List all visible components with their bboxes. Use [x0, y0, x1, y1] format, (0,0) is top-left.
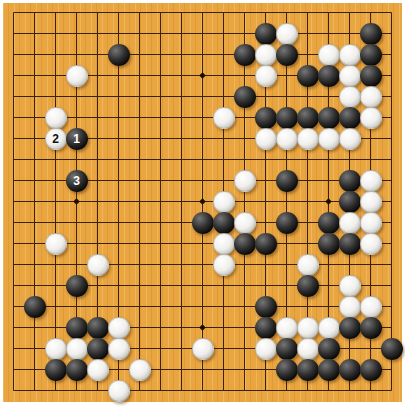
white-stone: 2 — [45, 128, 67, 150]
black-stone — [276, 212, 298, 234]
white-stone — [213, 191, 235, 213]
white-stone — [66, 65, 88, 87]
black-stone — [318, 212, 340, 234]
black-stone — [213, 212, 235, 234]
black-stone — [255, 107, 277, 129]
white-stone — [45, 107, 67, 129]
white-stone — [339, 44, 361, 66]
black-stone — [87, 317, 109, 339]
black-stone: 3 — [66, 170, 88, 192]
black-stone — [318, 359, 340, 381]
black-stone — [360, 44, 382, 66]
white-stone — [213, 254, 235, 276]
white-stone — [276, 317, 298, 339]
move-number-label: 2 — [52, 133, 59, 145]
black-stone — [381, 338, 403, 360]
black-stone — [255, 233, 277, 255]
black-stone — [276, 44, 298, 66]
black-stone — [297, 107, 319, 129]
black-stone — [66, 317, 88, 339]
white-stone — [360, 233, 382, 255]
black-stone — [339, 191, 361, 213]
white-stone — [87, 359, 109, 381]
black-stone — [108, 44, 130, 66]
white-stone — [45, 338, 67, 360]
black-stone — [276, 338, 298, 360]
black-stone — [339, 233, 361, 255]
white-stone — [297, 317, 319, 339]
move-number-label: 3 — [73, 175, 80, 187]
white-stone — [234, 170, 256, 192]
board-frame: 213 — [0, 0, 405, 406]
white-stone — [45, 233, 67, 255]
white-stone — [339, 128, 361, 150]
white-stone — [297, 128, 319, 150]
black-stone — [360, 23, 382, 45]
black-stone — [339, 359, 361, 381]
white-stone — [360, 86, 382, 108]
black-stone — [234, 86, 256, 108]
white-stone — [129, 359, 151, 381]
black-stone — [234, 44, 256, 66]
white-stone — [360, 212, 382, 234]
black-stone — [276, 170, 298, 192]
black-stone — [276, 359, 298, 381]
black-stone — [24, 296, 46, 318]
white-stone — [213, 233, 235, 255]
white-stone — [108, 380, 130, 402]
move-number-label: 1 — [73, 133, 80, 145]
white-stone — [255, 65, 277, 87]
white-stone — [234, 212, 256, 234]
black-stone — [234, 233, 256, 255]
star-point — [73, 198, 79, 204]
star-point — [199, 198, 205, 204]
white-stone — [255, 128, 277, 150]
black-stone — [87, 338, 109, 360]
black-stone — [318, 65, 340, 87]
white-stone — [192, 338, 214, 360]
black-stone — [66, 359, 88, 381]
white-stone — [339, 86, 361, 108]
white-stone — [255, 338, 277, 360]
black-stone — [318, 338, 340, 360]
black-stone — [339, 170, 361, 192]
black-stone — [318, 233, 340, 255]
white-stone — [297, 254, 319, 276]
white-stone — [339, 275, 361, 297]
black-stone — [297, 65, 319, 87]
star-point — [199, 72, 205, 78]
black-stone — [360, 65, 382, 87]
white-stone — [276, 23, 298, 45]
black-stone — [255, 296, 277, 318]
black-stone — [297, 275, 319, 297]
white-stone — [297, 338, 319, 360]
white-stone — [318, 128, 340, 150]
white-stone — [339, 212, 361, 234]
black-stone — [276, 107, 298, 129]
black-stone — [45, 359, 67, 381]
black-stone — [255, 317, 277, 339]
white-stone — [339, 296, 361, 318]
white-stone — [108, 338, 130, 360]
black-stone: 1 — [66, 128, 88, 150]
white-stone — [360, 296, 382, 318]
white-stone — [108, 317, 130, 339]
black-stone — [318, 107, 340, 129]
go-board[interactable]: 213 — [3, 3, 402, 402]
black-stone — [66, 275, 88, 297]
black-stone — [192, 212, 214, 234]
white-stone — [87, 254, 109, 276]
black-stone — [360, 317, 382, 339]
white-stone — [360, 107, 382, 129]
white-stone — [318, 44, 340, 66]
black-stone — [255, 23, 277, 45]
white-stone — [360, 170, 382, 192]
black-stone — [297, 359, 319, 381]
white-stone — [213, 107, 235, 129]
black-stone — [339, 107, 361, 129]
black-stone — [360, 359, 382, 381]
white-stone — [276, 128, 298, 150]
white-stone — [360, 191, 382, 213]
white-stone — [255, 44, 277, 66]
white-stone — [66, 338, 88, 360]
white-stone — [339, 65, 361, 87]
star-point — [325, 198, 331, 204]
star-point — [199, 324, 205, 330]
white-stone — [318, 317, 340, 339]
black-stone — [339, 317, 361, 339]
